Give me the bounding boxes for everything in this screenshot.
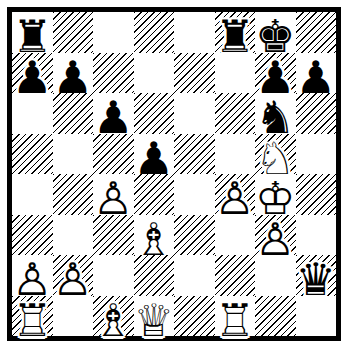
square-h6[interactable] bbox=[296, 93, 337, 134]
square-f2[interactable] bbox=[215, 255, 256, 296]
square-e7[interactable] bbox=[174, 53, 215, 94]
piece-outline-glyph: ♗ bbox=[93, 298, 133, 343]
square-h1[interactable] bbox=[296, 296, 337, 337]
white-rook-piece[interactable]: ♜♖ bbox=[12, 296, 53, 341]
piece-outline-glyph: ♖ bbox=[12, 298, 52, 343]
square-f6[interactable] bbox=[215, 93, 256, 134]
square-f3[interactable] bbox=[215, 215, 256, 256]
square-d7[interactable] bbox=[134, 53, 175, 94]
square-c3[interactable] bbox=[93, 215, 134, 256]
square-a7[interactable]: ♟ bbox=[12, 53, 53, 94]
white-rook-piece[interactable]: ♜♖ bbox=[215, 296, 256, 341]
black-pawn-piece[interactable]: ♟ bbox=[12, 53, 53, 98]
black-pawn-piece[interactable]: ♟ bbox=[53, 53, 94, 98]
square-c2[interactable] bbox=[93, 255, 134, 296]
chess-board-frame: ♜♜♚♟♟♟♟♟♞♟♞♘♟♙♟♙♚♔♝♗♟♙♟♙♟♙♛♜♖♝♗♛♕♜♖ bbox=[7, 7, 341, 341]
square-a2[interactable]: ♟♙ bbox=[12, 255, 53, 296]
chess-board: ♜♜♚♟♟♟♟♟♞♟♞♘♟♙♟♙♚♔♝♗♟♙♟♙♟♙♛♜♖♝♗♛♕♜♖ bbox=[12, 12, 336, 336]
square-e6[interactable] bbox=[174, 93, 215, 134]
square-a4[interactable] bbox=[12, 174, 53, 215]
square-b8[interactable] bbox=[53, 12, 94, 53]
square-f8[interactable]: ♜ bbox=[215, 12, 256, 53]
square-g1[interactable] bbox=[255, 296, 296, 337]
chess-diagram: ♜♜♚♟♟♟♟♟♞♟♞♘♟♙♟♙♚♔♝♗♟♙♟♙♟♙♛♜♖♝♗♛♕♜♖ bbox=[0, 0, 350, 350]
square-h4[interactable] bbox=[296, 174, 337, 215]
white-pawn-piece[interactable]: ♟♙ bbox=[93, 174, 134, 219]
square-g4[interactable]: ♚♔ bbox=[255, 174, 296, 215]
square-e1[interactable] bbox=[174, 296, 215, 337]
square-c8[interactable] bbox=[93, 12, 134, 53]
white-pawn-piece[interactable]: ♟♙ bbox=[215, 174, 256, 219]
square-g8[interactable]: ♚ bbox=[255, 12, 296, 53]
square-d5[interactable]: ♟ bbox=[134, 134, 175, 175]
square-f5[interactable] bbox=[215, 134, 256, 175]
square-h8[interactable] bbox=[296, 12, 337, 53]
black-queen-piece[interactable]: ♛ bbox=[296, 255, 337, 300]
square-d2[interactable] bbox=[134, 255, 175, 296]
square-c5[interactable] bbox=[93, 134, 134, 175]
square-a6[interactable] bbox=[12, 93, 53, 134]
square-e4[interactable] bbox=[174, 174, 215, 215]
black-pawn-piece[interactable]: ♟ bbox=[134, 134, 175, 179]
square-g6[interactable]: ♞ bbox=[255, 93, 296, 134]
square-d6[interactable] bbox=[134, 93, 175, 134]
square-f7[interactable] bbox=[215, 53, 256, 94]
square-g5[interactable]: ♞♘ bbox=[255, 134, 296, 175]
square-b4[interactable] bbox=[53, 174, 94, 215]
square-g2[interactable] bbox=[255, 255, 296, 296]
white-pawn-piece[interactable]: ♟♙ bbox=[53, 255, 94, 300]
square-h3[interactable] bbox=[296, 215, 337, 256]
square-c7[interactable] bbox=[93, 53, 134, 94]
square-b1[interactable] bbox=[53, 296, 94, 337]
piece-outline-glyph: ♖ bbox=[215, 298, 255, 343]
square-b5[interactable] bbox=[53, 134, 94, 175]
square-d4[interactable] bbox=[134, 174, 175, 215]
square-a5[interactable] bbox=[12, 134, 53, 175]
square-e3[interactable] bbox=[174, 215, 215, 256]
square-h7[interactable]: ♟ bbox=[296, 53, 337, 94]
square-e5[interactable] bbox=[174, 134, 215, 175]
square-c4[interactable]: ♟♙ bbox=[93, 174, 134, 215]
square-b2[interactable]: ♟♙ bbox=[53, 255, 94, 296]
black-pawn-piece[interactable]: ♟ bbox=[296, 53, 337, 98]
square-d3[interactable]: ♝♗ bbox=[134, 215, 175, 256]
square-f1[interactable]: ♜♖ bbox=[215, 296, 256, 337]
white-bishop-piece[interactable]: ♝♗ bbox=[134, 215, 175, 260]
square-c6[interactable]: ♟ bbox=[93, 93, 134, 134]
square-d8[interactable] bbox=[134, 12, 175, 53]
white-bishop-piece[interactable]: ♝♗ bbox=[93, 296, 134, 341]
square-e2[interactable] bbox=[174, 255, 215, 296]
square-a8[interactable]: ♜ bbox=[12, 12, 53, 53]
square-g7[interactable]: ♟ bbox=[255, 53, 296, 94]
black-rook-piece[interactable]: ♜ bbox=[215, 12, 256, 57]
square-g3[interactable]: ♟♙ bbox=[255, 215, 296, 256]
square-b7[interactable]: ♟ bbox=[53, 53, 94, 94]
square-h5[interactable] bbox=[296, 134, 337, 175]
square-d1[interactable]: ♛♕ bbox=[134, 296, 175, 337]
square-h2[interactable]: ♛ bbox=[296, 255, 337, 296]
square-b6[interactable] bbox=[53, 93, 94, 134]
square-e8[interactable] bbox=[174, 12, 215, 53]
square-f4[interactable]: ♟♙ bbox=[215, 174, 256, 215]
square-c1[interactable]: ♝♗ bbox=[93, 296, 134, 337]
square-a1[interactable]: ♜♖ bbox=[12, 296, 53, 337]
black-pawn-piece[interactable]: ♟ bbox=[93, 93, 134, 138]
square-a3[interactable] bbox=[12, 215, 53, 256]
white-pawn-piece[interactable]: ♟♙ bbox=[255, 215, 296, 260]
white-queen-piece[interactable]: ♛♕ bbox=[134, 296, 175, 341]
square-b3[interactable] bbox=[53, 215, 94, 256]
piece-outline-glyph: ♕ bbox=[134, 298, 174, 343]
